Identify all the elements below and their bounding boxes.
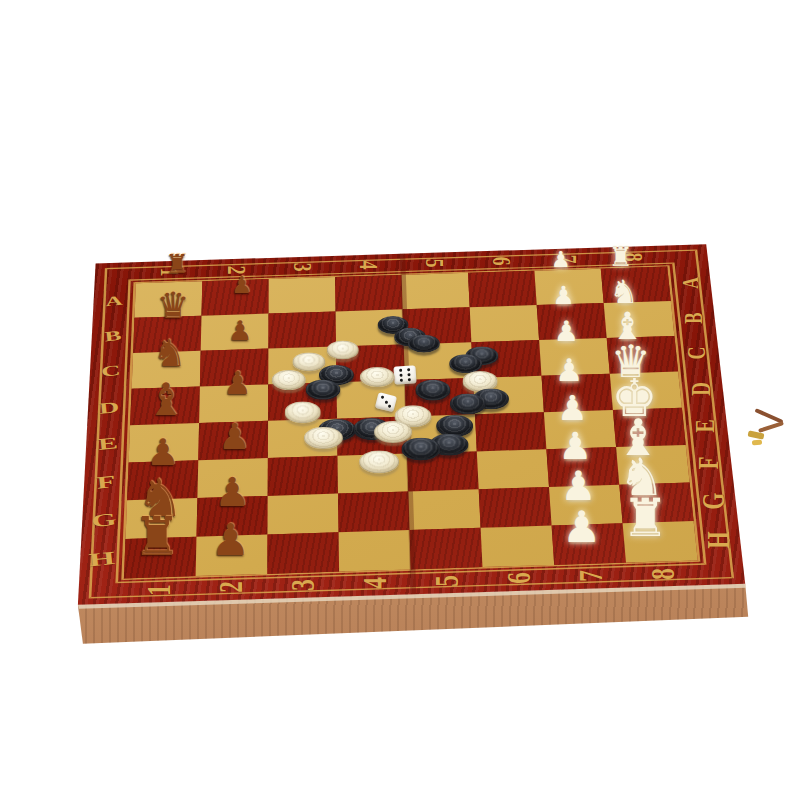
die-pip [407,373,410,376]
checker-black [449,393,485,414]
chess-piece-wooden-knight: ♞ [153,335,186,372]
chess-piece-cream-pawn: ♟ [554,318,579,346]
chess-piece-wooden-pawn: ♟ [232,273,253,296]
chess-piece-wooden-pawn: ♟ [219,420,251,456]
chess-piece-wooden-pawn: ♟ [223,368,251,400]
chess-piece-wooden-rook: ♜ [166,252,189,278]
checker-white [374,421,412,443]
chess-piece-wooden-pawn: ♟ [228,319,252,346]
chess-piece-cream-pawn: ♟ [551,249,571,271]
die-pip [384,401,388,405]
die-pip [408,377,411,380]
checker-white [360,450,400,473]
die-pip [399,373,402,376]
checker-white [304,426,342,448]
checker-black [305,380,340,400]
die-pip [381,396,385,400]
checker-white [284,402,321,423]
chess-piece-wooden-pawn: ♟ [147,435,180,472]
chess-piece-cream-pawn: ♟ [557,391,588,425]
product-photo: AA11BB22CC33DD44EE55FF66GG77HH88 ♜♟♜♟♟♞♛… [0,0,800,800]
chess-piece-cream-pawn: ♟ [560,467,596,508]
chess-piece-wooden-pawn: ♟ [214,473,250,513]
checker-white [292,352,325,371]
chess-piece-wooden-bishop: ♝ [146,378,186,422]
die-pip [388,405,392,409]
chess-piece-cream-knight: ♞ [610,276,639,308]
chess-piece-wooden-queen: ♛ [157,288,189,324]
chess-piece-cream-rook: ♜ [622,492,669,545]
chess-piece-cream-pawn: ♟ [562,506,601,550]
chess-piece-cream-pawn: ♟ [552,283,574,308]
pieces-layer: ♜♟♜♟♟♞♛♟♝♟♞♛♟♟♝♚♟♟♟♝♟♟♞♟♞♜♜♟♟ [0,0,800,800]
chess-piece-cream-rook: ♜ [609,244,633,271]
checker-white [360,367,394,387]
chess-piece-cream-pawn: ♟ [555,354,583,385]
checker-black [415,380,450,400]
chess-piece-wooden-pawn: ♟ [211,519,250,563]
die-pip [398,369,401,372]
die-3 [375,393,397,413]
die-pip [407,368,410,371]
checker-black [408,334,440,353]
chess-piece-wooden-rook: ♜ [133,511,181,564]
checker-white [272,370,306,390]
die-pip [399,378,402,381]
chess-piece-cream-pawn: ♟ [559,429,593,466]
checker-black [401,438,440,461]
die-6 [393,365,416,385]
checker-white [327,340,359,359]
